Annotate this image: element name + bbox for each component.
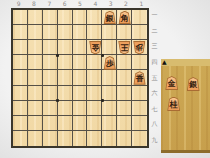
- piece-face: 銀: [104, 12, 115, 24]
- piece-kanji: 桂: [170, 101, 178, 109]
- piece-kanji: 歩: [106, 60, 114, 68]
- shogi-board: 銀角金王歩歩香: [11, 8, 149, 148]
- piece-kanji: 銀: [189, 81, 197, 89]
- piece-face: 銀: [188, 78, 199, 90]
- rank-label: 四: [150, 55, 159, 71]
- sente-piece[interactable]: 香: [133, 71, 146, 85]
- gote-piece[interactable]: 歩: [133, 41, 146, 55]
- hoshi-dot: [101, 99, 104, 102]
- gote-piece[interactable]: 王: [118, 41, 131, 55]
- sente-piece[interactable]: 銀: [187, 77, 200, 91]
- sente-piece[interactable]: 桂: [167, 97, 180, 111]
- board-pieces-layer: 銀角金王歩歩香: [13, 10, 147, 146]
- piece-face: 金: [90, 42, 101, 54]
- rank-label: 六: [150, 86, 159, 102]
- piece-kanji: 香: [136, 75, 144, 83]
- file-label: 1: [134, 0, 149, 8]
- piece-face: 王: [119, 42, 130, 54]
- file-label: 2: [118, 0, 133, 8]
- hand-pieces-layer: 金銀桂: [161, 59, 210, 150]
- file-label: 9: [11, 0, 26, 8]
- sente-piece[interactable]: 金: [165, 76, 178, 90]
- hoshi-dot: [101, 54, 104, 57]
- file-labels: 987654321: [11, 0, 149, 8]
- komadai-sente: ▲ 金銀桂: [161, 59, 210, 153]
- piece-kanji: 角: [121, 15, 129, 23]
- hoshi-dot: [56, 54, 59, 57]
- piece-face: 桂: [168, 98, 179, 110]
- piece-face: 金: [166, 77, 177, 89]
- hoshi-dot: [56, 99, 59, 102]
- piece-kanji: 金: [91, 43, 99, 51]
- piece-kanji: 金: [168, 80, 176, 88]
- piece-kanji: 歩: [136, 43, 144, 51]
- rank-label: 八: [150, 117, 159, 133]
- tsume-shogi-widget: 987654321 銀角金王歩歩香 一二三四五六七八九 ▲ 金銀桂: [0, 0, 210, 158]
- sente-piece[interactable]: 銀: [103, 11, 116, 25]
- file-label: 3: [103, 0, 118, 8]
- sente-piece[interactable]: 歩: [103, 56, 116, 70]
- file-label: 6: [57, 0, 72, 8]
- gote-piece[interactable]: 金: [89, 41, 102, 55]
- rank-labels: 一二三四五六七八九: [150, 8, 159, 148]
- piece-kanji: 銀: [106, 15, 114, 23]
- piece-face: 角: [119, 12, 130, 24]
- sente-piece[interactable]: 角: [118, 11, 131, 25]
- rank-label: 九: [150, 133, 159, 149]
- rank-label: 一: [150, 8, 159, 24]
- piece-face: 歩: [134, 42, 145, 54]
- file-label: 4: [88, 0, 103, 8]
- piece-face: 歩: [104, 57, 115, 69]
- rank-label: 二: [150, 24, 159, 40]
- rank-label: 五: [150, 70, 159, 86]
- file-label: 7: [42, 0, 57, 8]
- rank-label: 七: [150, 101, 159, 117]
- piece-face: 香: [134, 72, 145, 84]
- piece-kanji: 王: [121, 43, 129, 51]
- rank-label: 三: [150, 39, 159, 55]
- file-label: 8: [26, 0, 41, 8]
- file-label: 5: [72, 0, 87, 8]
